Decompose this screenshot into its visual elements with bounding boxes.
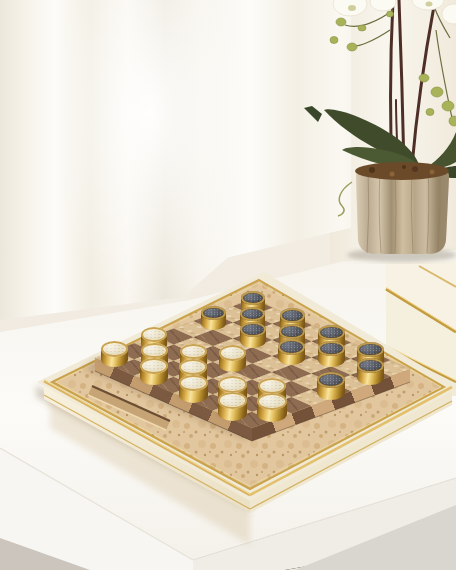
checker-piece-dark[interactable]	[318, 341, 345, 367]
piece-top-cream-shagreen	[218, 376, 247, 392]
piece-top-cream-shagreen	[140, 358, 168, 374]
checkers-board-base	[0, 0, 456, 570]
checker-piece-cream[interactable]	[218, 392, 248, 421]
piece-top-cream-shagreen	[257, 393, 287, 410]
piece-top-cream-shagreen	[141, 343, 168, 358]
piece-top-gray-shagreen	[201, 306, 226, 320]
piece-top-cream-shagreen	[101, 341, 128, 356]
piece-top-cream-shagreen	[218, 392, 248, 409]
piece-top-gray-shagreen	[278, 339, 305, 354]
checker-piece-dark[interactable]	[240, 322, 266, 347]
piece-top-gray-shagreen	[280, 308, 305, 322]
scene	[0, 0, 456, 570]
checker-piece-dark[interactable]	[201, 306, 226, 330]
checker-piece-dark[interactable]	[278, 339, 305, 365]
piece-top-cream-shagreen	[219, 345, 246, 360]
checker-piece-dark[interactable]	[317, 372, 346, 400]
checker-piece-cream[interactable]	[257, 393, 287, 422]
piece-top-cream-shagreen	[179, 375, 208, 391]
piece-top-gray-shagreen	[279, 324, 305, 339]
checker-piece-dark[interactable]	[357, 358, 385, 385]
checker-piece-cream[interactable]	[140, 358, 168, 385]
piece-top-gray-shagreen	[318, 341, 345, 356]
checker-piece-cream[interactable]	[101, 341, 128, 367]
piece-top-cream-shagreen	[141, 327, 167, 342]
checker-piece-cream[interactable]	[219, 345, 246, 371]
checker-piece-cream[interactable]	[179, 375, 208, 403]
piece-top-gray-shagreen	[318, 325, 344, 340]
